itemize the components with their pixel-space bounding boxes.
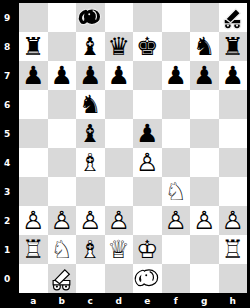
square-a8[interactable]: ♜: [19, 32, 48, 61]
black-rook-piece[interactable]: ♜: [19, 32, 48, 61]
square-f7[interactable]: ♟: [162, 61, 191, 90]
white-cannon-piece[interactable]: [48, 264, 77, 293]
square-g3[interactable]: [190, 177, 219, 206]
square-c1[interactable]: ♝♗: [76, 235, 105, 264]
square-e0[interactable]: [133, 264, 162, 293]
square-c9[interactable]: [76, 3, 105, 32]
square-h0[interactable]: [219, 264, 248, 293]
white-pawn-piece[interactable]: ♟♙: [133, 148, 162, 177]
square-h2[interactable]: ♟♙: [219, 206, 248, 235]
file-label-f: f: [162, 293, 191, 308]
white-bishop-piece[interactable]: ♝♗: [76, 148, 105, 177]
square-f2[interactable]: ♟♙: [162, 206, 191, 235]
square-d8[interactable]: ♛: [105, 32, 134, 61]
square-f0[interactable]: [162, 264, 191, 293]
black-bishop-piece[interactable]: ♝: [76, 32, 105, 61]
square-g7[interactable]: ♟: [190, 61, 219, 90]
white-pawn-piece[interactable]: ♟♙: [105, 206, 134, 235]
square-f1[interactable]: [162, 235, 191, 264]
square-h4[interactable]: [219, 148, 248, 177]
black-pawn-piece[interactable]: ♟: [162, 61, 191, 90]
square-d3[interactable]: [105, 177, 134, 206]
black-pawn-piece[interactable]: ♟: [76, 61, 105, 90]
square-g5[interactable]: [190, 119, 219, 148]
square-b2[interactable]: ♟♙: [48, 206, 77, 235]
file-label-e: e: [133, 293, 162, 308]
black-pawn-piece[interactable]: ♟: [133, 119, 162, 148]
game-board: ♜♝♛♚♞♜♟♟♟♟♟♟♟♞♝♟♝♗♟♙♞♘♟♙♟♙♟♙♟♙♟♙♟♙♟♙♜♖♞♘…: [19, 3, 247, 293]
board-frame: 9876543210 ♜♝♛♚♞♜♟♟♟♟♟♟♟♞♝♟♝♗♟♙♞♘♟♙♟♙♟♙♟…: [0, 0, 250, 308]
square-d9[interactable]: [105, 3, 134, 32]
white-pawn-piece[interactable]: ♟♙: [190, 206, 219, 235]
square-a6[interactable]: [19, 90, 48, 119]
file-label-h: h: [219, 293, 248, 308]
white-elephant-piece[interactable]: [133, 264, 162, 293]
square-h8[interactable]: ♜: [219, 32, 248, 61]
black-rook-piece[interactable]: ♜: [219, 32, 248, 61]
square-f8[interactable]: [162, 32, 191, 61]
square-c7[interactable]: ♟: [76, 61, 105, 90]
black-pawn-piece[interactable]: ♟: [19, 61, 48, 90]
square-b5[interactable]: [48, 119, 77, 148]
black-queen-piece[interactable]: ♛: [105, 32, 134, 61]
square-a4[interactable]: [19, 148, 48, 177]
square-f3[interactable]: ♞♘: [162, 177, 191, 206]
white-rook-piece[interactable]: ♜♖: [19, 235, 48, 264]
white-pawn-piece[interactable]: ♟♙: [219, 206, 248, 235]
square-d7[interactable]: ♟: [105, 61, 134, 90]
square-h6[interactable]: [219, 90, 248, 119]
white-pawn-piece[interactable]: ♟♙: [19, 206, 48, 235]
white-king-piece[interactable]: ♚♔: [133, 235, 162, 264]
square-a9[interactable]: [19, 3, 48, 32]
white-pawn-piece[interactable]: ♟♙: [48, 206, 77, 235]
rank-labels: 9876543210: [0, 3, 19, 293]
white-knight-piece[interactable]: ♞♘: [48, 235, 77, 264]
square-e5[interactable]: ♟: [133, 119, 162, 148]
square-d1[interactable]: ♛♕: [105, 235, 134, 264]
white-rook-piece[interactable]: ♜♖: [219, 235, 248, 264]
rank-label-7: 7: [0, 61, 19, 90]
square-g4[interactable]: [190, 148, 219, 177]
square-d0[interactable]: [105, 264, 134, 293]
square-b6[interactable]: [48, 90, 77, 119]
black-pawn-piece[interactable]: ♟: [219, 61, 248, 90]
square-e2[interactable]: [133, 206, 162, 235]
black-cannon-piece[interactable]: [219, 3, 248, 32]
square-f9[interactable]: [162, 3, 191, 32]
square-c2[interactable]: ♟♙: [76, 206, 105, 235]
square-b4[interactable]: [48, 148, 77, 177]
square-g8[interactable]: ♞: [190, 32, 219, 61]
square-c0[interactable]: [76, 264, 105, 293]
square-e7[interactable]: [133, 61, 162, 90]
square-h5[interactable]: [219, 119, 248, 148]
black-bishop-piece[interactable]: ♝: [76, 119, 105, 148]
rank-label-1: 1: [0, 235, 19, 264]
square-b8[interactable]: [48, 32, 77, 61]
square-e9[interactable]: [133, 3, 162, 32]
white-pawn-piece[interactable]: ♟♙: [162, 206, 191, 235]
square-d5[interactable]: [105, 119, 134, 148]
rank-label-8: 8: [0, 32, 19, 61]
rank-label-6: 6: [0, 90, 19, 119]
rank-label-3: 3: [0, 177, 19, 206]
square-e4[interactable]: ♟♙: [133, 148, 162, 177]
rank-label-4: 4: [0, 148, 19, 177]
square-h9[interactable]: [219, 3, 248, 32]
square-f5[interactable]: [162, 119, 191, 148]
file-label-a: a: [19, 293, 48, 308]
file-label-c: c: [76, 293, 105, 308]
white-bishop-piece[interactable]: ♝♗: [76, 235, 105, 264]
black-king-piece[interactable]: ♚: [133, 32, 162, 61]
square-g2[interactable]: ♟♙: [190, 206, 219, 235]
black-knight-piece[interactable]: ♞: [190, 32, 219, 61]
square-g6[interactable]: [190, 90, 219, 119]
square-c4[interactable]: ♝♗: [76, 148, 105, 177]
white-pawn-piece[interactable]: ♟♙: [76, 206, 105, 235]
square-e6[interactable]: [133, 90, 162, 119]
square-b7[interactable]: ♟: [48, 61, 77, 90]
rank-label-5: 5: [0, 119, 19, 148]
file-label-d: d: [105, 293, 134, 308]
square-h7[interactable]: ♟: [219, 61, 248, 90]
square-e1[interactable]: ♚♔: [133, 235, 162, 264]
square-a1[interactable]: ♜♖: [19, 235, 48, 264]
square-h1[interactable]: ♜♖: [219, 235, 248, 264]
square-d2[interactable]: ♟♙: [105, 206, 134, 235]
white-queen-piece[interactable]: ♛♕: [105, 235, 134, 264]
square-d6[interactable]: [105, 90, 134, 119]
rank-label-2: 2: [0, 206, 19, 235]
file-labels: abcdefgh: [19, 293, 247, 308]
square-f4[interactable]: [162, 148, 191, 177]
black-pawn-piece[interactable]: ♟: [48, 61, 77, 90]
black-pawn-piece[interactable]: ♟: [190, 61, 219, 90]
square-b0[interactable]: [48, 264, 77, 293]
square-f6[interactable]: [162, 90, 191, 119]
square-h3[interactable]: [219, 177, 248, 206]
rank-label-9: 9: [0, 3, 19, 32]
square-a3[interactable]: [19, 177, 48, 206]
black-knight-piece[interactable]: ♞: [76, 90, 105, 119]
square-d4[interactable]: [105, 148, 134, 177]
file-label-g: g: [190, 293, 219, 308]
file-label-b: b: [48, 293, 77, 308]
square-a2[interactable]: ♟♙: [19, 206, 48, 235]
square-c8[interactable]: ♝: [76, 32, 105, 61]
square-g1[interactable]: [190, 235, 219, 264]
square-g9[interactable]: [190, 3, 219, 32]
square-e8[interactable]: ♚: [133, 32, 162, 61]
square-c3[interactable]: [76, 177, 105, 206]
white-knight-piece[interactable]: ♞♘: [162, 177, 191, 206]
square-a7[interactable]: ♟: [19, 61, 48, 90]
square-b1[interactable]: ♞♘: [48, 235, 77, 264]
black-elephant-piece[interactable]: [76, 3, 105, 32]
square-g0[interactable]: [190, 264, 219, 293]
square-a5[interactable]: [19, 119, 48, 148]
square-b3[interactable]: [48, 177, 77, 206]
square-b9[interactable]: [48, 3, 77, 32]
square-c6[interactable]: ♞: [76, 90, 105, 119]
black-pawn-piece[interactable]: ♟: [105, 61, 134, 90]
square-c5[interactable]: ♝: [76, 119, 105, 148]
rank-label-0: 0: [0, 264, 19, 293]
square-a0[interactable]: [19, 264, 48, 293]
square-e3[interactable]: [133, 177, 162, 206]
